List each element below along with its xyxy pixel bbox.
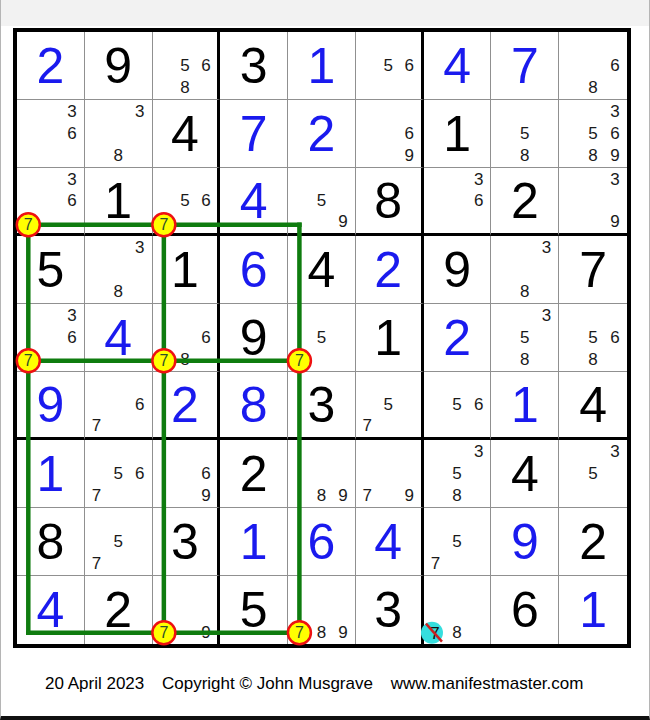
pencil-marks: 36 bbox=[18, 101, 83, 166]
cell-r9c5[interactable]: 89 bbox=[288, 576, 356, 644]
given-digit: 3 bbox=[288, 372, 355, 437]
pencil-marks: 39 bbox=[560, 169, 626, 232]
cell-r8c6[interactable]: 4 bbox=[356, 508, 424, 576]
cell-r2c8[interactable]: 58 bbox=[491, 100, 559, 168]
pencil-marks: 568 bbox=[560, 305, 626, 370]
solved-digit: 9 bbox=[17, 372, 84, 437]
cell-r4c4[interactable]: 6 bbox=[220, 236, 288, 304]
cell-r7c9[interactable]: 35 bbox=[559, 440, 627, 508]
cell-r6c6[interactable]: 57 bbox=[356, 372, 424, 440]
cell-r8c5[interactable]: 6 bbox=[288, 508, 356, 576]
cell-r6c9[interactable]: 4 bbox=[559, 372, 627, 440]
candidate-7: 7 bbox=[357, 484, 378, 506]
given-digit: 4 bbox=[491, 440, 558, 507]
solved-digit: 2 bbox=[288, 100, 355, 167]
given-digit: 6 bbox=[491, 576, 558, 644]
cell-r6c8[interactable]: 1 bbox=[491, 372, 559, 440]
cell-r6c5[interactable]: 3 bbox=[288, 372, 356, 440]
candidate-8: 8 bbox=[446, 484, 468, 506]
solved-digit: 2 bbox=[17, 32, 84, 99]
given-digit: 5 bbox=[17, 236, 84, 303]
pencil-marks: 568 bbox=[154, 33, 217, 98]
solved-digit: 2 bbox=[153, 372, 218, 437]
cell-r7c1[interactable]: 1 bbox=[17, 440, 85, 508]
cell-r1c4[interactable]: 3 bbox=[220, 32, 288, 100]
cell-r4c8[interactable]: 38 bbox=[491, 236, 559, 304]
cell-r8c7[interactable]: 57 bbox=[424, 508, 492, 576]
given-digit: 2 bbox=[85, 576, 152, 644]
candidate-8: 8 bbox=[107, 144, 129, 166]
candidate-6: 6 bbox=[129, 394, 151, 415]
pencil-marks: 36 bbox=[425, 169, 490, 232]
candidate-5: 5 bbox=[582, 463, 604, 485]
candidate-8: 8 bbox=[582, 76, 604, 98]
pencil-marks: 69 bbox=[357, 101, 420, 166]
pencil-marks: 57 bbox=[425, 509, 490, 574]
given-digit: 2 bbox=[491, 168, 558, 233]
cell-r1c7[interactable]: 4 bbox=[424, 32, 492, 100]
footer-date: 20 April 2023 bbox=[45, 674, 144, 693]
footer: 20 April 2023 Copyright © John Musgrave … bbox=[45, 674, 596, 694]
cell-r4c2[interactable]: 38 bbox=[85, 236, 153, 304]
candidate-6: 6 bbox=[61, 327, 83, 349]
given-digit: 8 bbox=[17, 508, 84, 575]
given-digit: 9 bbox=[220, 304, 287, 371]
cell-r3c9[interactable]: 39 bbox=[559, 168, 627, 236]
pencil-marks: 358 bbox=[492, 305, 557, 370]
candidate-7: 7 bbox=[425, 552, 447, 574]
solved-digit: 1 bbox=[17, 440, 84, 507]
cell-r9c9[interactable]: 1 bbox=[559, 576, 627, 644]
candidate-6: 6 bbox=[195, 55, 216, 77]
cell-r2c7[interactable]: 1 bbox=[424, 100, 492, 168]
candidate-9: 9 bbox=[604, 211, 626, 232]
pencil-marks: 68 bbox=[560, 33, 626, 98]
candidate-7: 7 bbox=[357, 415, 378, 436]
given-digit: 9 bbox=[85, 32, 152, 99]
candidate-5: 5 bbox=[107, 463, 129, 485]
given-digit: 2 bbox=[559, 508, 627, 575]
candidate-6: 6 bbox=[468, 394, 490, 415]
candidate-8: 8 bbox=[582, 348, 604, 370]
solved-digit: 2 bbox=[424, 304, 491, 371]
candidate-6: 6 bbox=[604, 327, 626, 349]
cell-r1c3[interactable]: 568 bbox=[153, 32, 221, 100]
cell-r6c4[interactable]: 8 bbox=[220, 372, 288, 440]
cell-r8c2[interactable]: 57 bbox=[85, 508, 153, 576]
given-digit: 3 bbox=[356, 576, 421, 644]
cell-r8c3[interactable]: 3 bbox=[153, 508, 221, 576]
solved-digit: 7 bbox=[491, 32, 558, 99]
cell-r1c5[interactable]: 1 bbox=[288, 32, 356, 100]
candidate-3: 3 bbox=[604, 169, 626, 190]
solved-digit: 6 bbox=[288, 508, 355, 575]
cell-r2c4[interactable]: 7 bbox=[220, 100, 288, 168]
cell-r2c3[interactable]: 4 bbox=[153, 100, 221, 168]
pencil-marks: 56 bbox=[154, 169, 217, 232]
given-digit: 3 bbox=[153, 508, 218, 575]
candidate-5: 5 bbox=[378, 55, 399, 77]
cell-r6c2[interactable]: 67 bbox=[85, 372, 153, 440]
cell-r5c6[interactable]: 1 bbox=[356, 304, 424, 372]
cell-r7c4[interactable]: 2 bbox=[220, 440, 288, 508]
candidate-8: 8 bbox=[582, 144, 604, 166]
candidate-9: 9 bbox=[332, 484, 354, 506]
pencil-marks: 36 bbox=[18, 169, 83, 232]
given-digit: 1 bbox=[85, 168, 152, 233]
candidate-9: 9 bbox=[332, 621, 354, 643]
solved-digit: 9 bbox=[491, 508, 558, 575]
cell-r1c8[interactable]: 7 bbox=[491, 32, 559, 100]
cell-r9c7[interactable]: 8 bbox=[424, 576, 492, 644]
cell-r6c3[interactable]: 2 bbox=[153, 372, 221, 440]
candidate-5: 5 bbox=[514, 327, 536, 349]
cell-r9c4[interactable]: 5 bbox=[220, 576, 288, 644]
cell-r3c6[interactable]: 8 bbox=[356, 168, 424, 236]
candidate-3: 3 bbox=[129, 237, 151, 259]
cell-r6c7[interactable]: 56 bbox=[424, 372, 492, 440]
candidate-7: 7 bbox=[86, 484, 108, 506]
solved-digit: 4 bbox=[17, 576, 84, 644]
candidate-5: 5 bbox=[582, 123, 604, 145]
footer-website: www.manifestmaster.com bbox=[391, 674, 584, 693]
cell-r8c9[interactable]: 2 bbox=[559, 508, 627, 576]
cell-r2c6[interactable]: 69 bbox=[356, 100, 424, 168]
solved-digit: 2 bbox=[356, 236, 421, 303]
solved-digit: 4 bbox=[424, 32, 491, 99]
given-digit: 7 bbox=[559, 236, 627, 303]
candidate-6: 6 bbox=[195, 190, 216, 211]
pencil-marks: 9 bbox=[154, 577, 217, 643]
candidate-6: 6 bbox=[195, 463, 216, 485]
cell-r4c1[interactable]: 5 bbox=[17, 236, 85, 304]
cell-r1c9[interactable]: 68 bbox=[559, 32, 627, 100]
cell-r9c2[interactable]: 2 bbox=[85, 576, 153, 644]
cell-r5c7[interactable]: 2 bbox=[424, 304, 492, 372]
pencil-marks: 89 bbox=[289, 441, 354, 506]
cell-r4c6[interactable]: 2 bbox=[356, 236, 424, 304]
cell-r3c8[interactable]: 2 bbox=[491, 168, 559, 236]
solved-digit: 1 bbox=[288, 32, 355, 99]
candidate-3: 3 bbox=[604, 101, 626, 123]
cell-r1c6[interactable]: 56 bbox=[356, 32, 424, 100]
candidate-3: 3 bbox=[61, 305, 83, 327]
candidate-8: 8 bbox=[311, 484, 333, 506]
candidate-3: 3 bbox=[61, 169, 83, 190]
pencil-marks: 68 bbox=[154, 305, 217, 370]
candidate-8: 8 bbox=[514, 280, 536, 302]
cell-r5c4[interactable]: 9 bbox=[220, 304, 288, 372]
cell-r2c5[interactable]: 2 bbox=[288, 100, 356, 168]
candidate-8: 8 bbox=[446, 621, 468, 643]
cell-r8c1[interactable]: 8 bbox=[17, 508, 85, 576]
cell-r7c2[interactable]: 567 bbox=[85, 440, 153, 508]
candidate-3: 3 bbox=[61, 101, 83, 123]
pencil-marks: 58 bbox=[492, 101, 557, 166]
candidate-8: 8 bbox=[174, 348, 195, 370]
pencil-marks: 8 bbox=[425, 577, 490, 643]
pencil-marks: 59 bbox=[289, 169, 354, 232]
candidate-6: 6 bbox=[61, 123, 83, 145]
cell-r3c1[interactable]: 36 bbox=[17, 168, 85, 236]
cell-r3c4[interactable]: 4 bbox=[220, 168, 288, 236]
candidate-3: 3 bbox=[129, 101, 151, 123]
cell-r7c3[interactable]: 69 bbox=[153, 440, 221, 508]
cell-r8c4[interactable]: 1 bbox=[220, 508, 288, 576]
given-digit: 4 bbox=[559, 372, 627, 437]
given-digit: 1 bbox=[424, 100, 491, 167]
pencil-marks: 57 bbox=[357, 373, 420, 436]
pencil-marks: 5 bbox=[289, 305, 354, 370]
cell-r7c8[interactable]: 4 bbox=[491, 440, 559, 508]
given-digit: 5 bbox=[220, 576, 287, 644]
solved-digit: 4 bbox=[356, 508, 421, 575]
candidate-6: 6 bbox=[468, 190, 490, 211]
cell-r4c7[interactable]: 9 bbox=[424, 236, 492, 304]
pencil-marks: 57 bbox=[86, 509, 151, 574]
candidate-5: 5 bbox=[446, 394, 468, 415]
candidate-3: 3 bbox=[468, 441, 490, 463]
candidate-3: 3 bbox=[604, 441, 626, 463]
cell-r5c8[interactable]: 358 bbox=[491, 304, 559, 372]
cell-r7c5[interactable]: 89 bbox=[288, 440, 356, 508]
candidate-6: 6 bbox=[61, 190, 83, 211]
given-digit: 4 bbox=[153, 100, 218, 167]
pencil-marks: 358 bbox=[425, 441, 490, 506]
cell-r3c2[interactable]: 1 bbox=[85, 168, 153, 236]
cell-r5c3[interactable]: 68 bbox=[153, 304, 221, 372]
pencil-marks: 69 bbox=[154, 441, 217, 506]
candidate-3: 3 bbox=[536, 237, 558, 259]
solved-digit: 1 bbox=[220, 508, 287, 575]
cell-r7c6[interactable]: 79 bbox=[356, 440, 424, 508]
given-digit: 8 bbox=[356, 168, 421, 233]
cell-r5c2[interactable]: 4 bbox=[85, 304, 153, 372]
pencil-marks: 79 bbox=[357, 441, 420, 506]
candidate-9: 9 bbox=[195, 484, 216, 506]
pencil-marks: 89 bbox=[289, 577, 354, 643]
sudoku-board: 2956831564768363847269158356893615645983… bbox=[13, 28, 631, 648]
cell-r1c1[interactable]: 2 bbox=[17, 32, 85, 100]
candidate-5: 5 bbox=[107, 531, 129, 553]
pencil-marks: 67 bbox=[86, 373, 151, 436]
candidate-6: 6 bbox=[399, 55, 420, 77]
pencil-marks: 35 bbox=[560, 441, 626, 506]
candidate-5: 5 bbox=[311, 190, 333, 211]
pencil-marks: 36 bbox=[18, 305, 83, 370]
cell-r3c3[interactable]: 56 bbox=[153, 168, 221, 236]
candidate-9: 9 bbox=[604, 144, 626, 166]
candidate-9: 9 bbox=[399, 144, 420, 166]
candidate-5: 5 bbox=[311, 327, 333, 349]
candidate-6: 6 bbox=[604, 123, 626, 145]
cell-r5c5[interactable]: 5 bbox=[288, 304, 356, 372]
candidate-9: 9 bbox=[332, 211, 354, 232]
solved-digit: 6 bbox=[220, 236, 287, 303]
solved-digit: 1 bbox=[559, 576, 627, 644]
cell-r3c5[interactable]: 59 bbox=[288, 168, 356, 236]
window-top-strip bbox=[1, 0, 650, 26]
candidate-7: 7 bbox=[86, 552, 108, 574]
candidate-8: 8 bbox=[174, 76, 195, 98]
solved-digit: 4 bbox=[85, 304, 152, 371]
cell-r5c9[interactable]: 568 bbox=[559, 304, 627, 372]
candidate-5: 5 bbox=[514, 123, 536, 145]
given-digit: 4 bbox=[288, 236, 355, 303]
candidate-5: 5 bbox=[174, 190, 195, 211]
cell-r2c2[interactable]: 38 bbox=[85, 100, 153, 168]
candidate-3: 3 bbox=[536, 305, 558, 327]
cell-r5c1[interactable]: 36 bbox=[17, 304, 85, 372]
pencil-marks: 38 bbox=[86, 101, 151, 166]
pencil-marks: 56 bbox=[357, 33, 420, 98]
pencil-marks: 567 bbox=[86, 441, 151, 506]
cell-r4c9[interactable]: 7 bbox=[559, 236, 627, 304]
candidate-6: 6 bbox=[399, 123, 420, 145]
sudoku-page: 2956831564768363847269158356893615645983… bbox=[0, 0, 650, 720]
cell-r9c6[interactable]: 3 bbox=[356, 576, 424, 644]
pencil-marks: 56 bbox=[425, 373, 490, 436]
cell-r9c3[interactable]: 9 bbox=[153, 576, 221, 644]
given-digit: 3 bbox=[220, 32, 287, 99]
candidate-5: 5 bbox=[446, 531, 468, 553]
candidate-8: 8 bbox=[107, 280, 129, 302]
candidate-5: 5 bbox=[446, 463, 468, 485]
candidate-3: 3 bbox=[468, 169, 490, 190]
given-digit: 1 bbox=[356, 304, 421, 371]
solved-digit: 7 bbox=[220, 100, 287, 167]
candidate-8: 8 bbox=[311, 621, 333, 643]
cell-r6c1[interactable]: 9 bbox=[17, 372, 85, 440]
cell-r2c1[interactable]: 36 bbox=[17, 100, 85, 168]
pencil-marks: 38 bbox=[492, 237, 557, 302]
candidate-8: 8 bbox=[514, 144, 536, 166]
cell-r4c3[interactable]: 1 bbox=[153, 236, 221, 304]
pencil-marks: 35689 bbox=[560, 101, 626, 166]
cell-r7c7[interactable]: 358 bbox=[424, 440, 492, 508]
candidate-5: 5 bbox=[582, 327, 604, 349]
footer-copyright: Copyright © John Musgrave bbox=[162, 674, 373, 693]
cell-r2c9[interactable]: 35689 bbox=[559, 100, 627, 168]
cell-r1c2[interactable]: 9 bbox=[85, 32, 153, 100]
given-digit: 2 bbox=[220, 440, 287, 507]
candidate-9: 9 bbox=[399, 484, 420, 506]
candidate-8: 8 bbox=[514, 348, 536, 370]
solved-digit: 8 bbox=[220, 372, 287, 437]
cell-r9c1[interactable]: 4 bbox=[17, 576, 85, 644]
candidate-6: 6 bbox=[129, 463, 151, 485]
candidate-5: 5 bbox=[174, 55, 195, 77]
given-digit: 9 bbox=[424, 236, 491, 303]
given-digit: 1 bbox=[153, 236, 218, 303]
candidate-6: 6 bbox=[604, 55, 626, 77]
cell-r8c8[interactable]: 9 bbox=[491, 508, 559, 576]
solved-digit: 1 bbox=[491, 372, 558, 437]
solved-digit: 4 bbox=[220, 168, 287, 233]
candidate-5: 5 bbox=[378, 394, 399, 415]
cell-r3c7[interactable]: 36 bbox=[424, 168, 492, 236]
cell-r9c8[interactable]: 6 bbox=[491, 576, 559, 644]
candidate-7: 7 bbox=[86, 415, 108, 436]
pencil-marks: 38 bbox=[86, 237, 151, 302]
candidate-6: 6 bbox=[195, 327, 216, 349]
candidate-9: 9 bbox=[195, 621, 216, 643]
cell-r4c5[interactable]: 4 bbox=[288, 236, 356, 304]
